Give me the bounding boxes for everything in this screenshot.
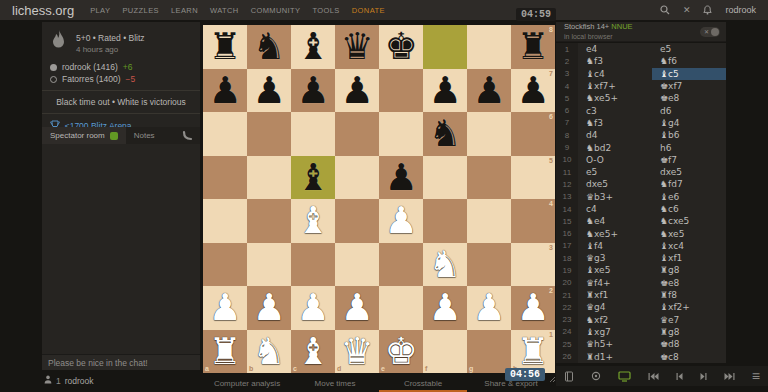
move-5-black[interactable]: ♚e8: [652, 92, 726, 104]
board-resize-handle[interactable]: [549, 369, 556, 387]
square-c4[interactable]: ♝: [291, 199, 335, 243]
white-pawn-d2[interactable]: ♟: [335, 286, 379, 330]
move-number: 10: [556, 154, 578, 166]
white-bishop-c4[interactable]: ♝: [291, 199, 335, 243]
move-number: 22: [556, 301, 578, 313]
move-8-black[interactable]: ♝b6: [652, 129, 726, 141]
file-coord-g: g: [469, 365, 473, 372]
divider: [42, 113, 200, 114]
white-pawn-g2[interactable]: ♟: [467, 286, 511, 330]
square-c8[interactable]: ♝: [291, 25, 335, 69]
square-g6[interactable]: [467, 112, 511, 156]
square-a5[interactable]: [203, 156, 247, 200]
white-knight-b1[interactable]: ♞: [247, 330, 291, 374]
black-pawn-g7[interactable]: ♟: [467, 69, 511, 113]
move-number: 3: [556, 68, 578, 80]
white-rook-a1[interactable]: ♜: [203, 330, 247, 374]
site-logo[interactable]: lichess.org: [12, 3, 74, 18]
file-coord-e: e: [381, 365, 385, 372]
move-number: 21: [556, 289, 578, 301]
move-16-black[interactable]: ♞xe5: [652, 227, 726, 239]
move-number: 23: [556, 314, 578, 326]
tab-spectator-room[interactable]: Spectator room: [42, 127, 126, 144]
move-7-white[interactable]: ♞f3: [578, 117, 652, 129]
white-player-name: rodrook (1416): [62, 62, 118, 72]
move-21-black[interactable]: ♜f8: [652, 289, 726, 301]
move-number: 13: [556, 191, 578, 203]
rank-coord-2: 2: [549, 287, 553, 294]
square-c7[interactable]: ♟: [291, 69, 335, 113]
black-player-name: Fatorres (1400): [62, 74, 121, 84]
move-14-black[interactable]: ♞c6: [652, 203, 726, 215]
square-g3[interactable]: [467, 243, 511, 287]
square-c6[interactable]: [291, 112, 335, 156]
square-h5[interactable]: 5: [511, 156, 555, 200]
square-g1[interactable]: g: [467, 330, 511, 374]
square-h3[interactable]: 3: [511, 243, 555, 287]
tv-icon[interactable]: [618, 371, 631, 382]
square-a7[interactable]: ♟: [203, 69, 247, 113]
engine-name: Stockfish 14+: [564, 22, 609, 31]
top-navbar: lichess.org PLAYPUZZLESLEARNWATCHCOMMUNI…: [0, 0, 768, 20]
move-number: 15: [556, 215, 578, 227]
spectator-name[interactable]: rodrook: [65, 376, 94, 386]
square-b1[interactable]: ♞b: [247, 330, 291, 374]
engine-toggle-x: ✕: [704, 27, 709, 37]
move-18-white[interactable]: ♛g3: [578, 252, 652, 264]
square-e6[interactable]: [379, 112, 423, 156]
rank-coord-5: 5: [549, 157, 553, 164]
chat-panel: Spectator room Notes: [42, 127, 200, 370]
divider: [42, 90, 200, 91]
square-d8[interactable]: ♛: [335, 25, 379, 69]
move-11-white[interactable]: e5: [578, 166, 652, 178]
engine-header: Stockfish 14+ NNUE in local browser ✕: [556, 22, 726, 42]
move-23-white[interactable]: ♞xf2: [578, 314, 652, 326]
square-f2[interactable]: ♟: [423, 286, 467, 330]
white-pawn-f2[interactable]: ♟: [423, 286, 467, 330]
square-h8[interactable]: ♜8: [511, 25, 555, 69]
challenges-icon[interactable]: ✕: [683, 6, 691, 15]
move-26-black[interactable]: ♚c8: [652, 350, 726, 362]
move-number: 7: [556, 117, 578, 129]
move-16-white[interactable]: ♞xe5+: [578, 227, 652, 239]
square-b3[interactable]: [247, 243, 291, 287]
square-g8[interactable]: [467, 25, 511, 69]
square-e7[interactable]: [379, 69, 423, 113]
rank-coord-6: 6: [549, 113, 553, 120]
square-d7[interactable]: ♟: [335, 69, 379, 113]
square-a4[interactable]: [203, 199, 247, 243]
move-number: 25: [556, 338, 578, 350]
user-menu[interactable]: rodrook: [725, 5, 756, 15]
move-20-black[interactable]: ♚e8: [652, 277, 726, 289]
square-e2[interactable]: [379, 286, 423, 330]
move-3-white[interactable]: ♝c4: [578, 68, 652, 80]
white-bishop-c1[interactable]: ♝: [291, 330, 335, 374]
spectator-count: 1: [56, 376, 61, 386]
square-d3[interactable]: [335, 243, 379, 287]
square-c1[interactable]: ♝c: [291, 330, 335, 374]
square-a6[interactable]: [203, 112, 247, 156]
menu-icon[interactable]: ≡: [752, 369, 760, 383]
square-b4[interactable]: [247, 199, 291, 243]
notifications-bell-icon[interactable]: [703, 5, 712, 15]
move-25-black[interactable]: ♚d8: [652, 338, 726, 350]
black-bishop-c8[interactable]: ♝: [291, 25, 335, 69]
black-knight-b8[interactable]: ♞: [247, 25, 291, 69]
square-b7[interactable]: ♟: [247, 69, 291, 113]
move-toolbar: ≡: [556, 366, 768, 386]
move-11-black[interactable]: dxe5: [652, 166, 726, 178]
phone-icon[interactable]: [182, 130, 200, 141]
move-5-white[interactable]: ♞xe5+: [578, 92, 652, 104]
move-22-black[interactable]: ♝xf2+: [652, 301, 726, 313]
tab-crosstable[interactable]: Crosstable: [379, 378, 467, 392]
move-24-black[interactable]: ♜g8: [652, 326, 726, 338]
move-number: 19: [556, 264, 578, 276]
engine-toggle-knob: [711, 28, 719, 36]
square-e4[interactable]: ♟: [379, 199, 423, 243]
square-h6[interactable]: 6: [511, 112, 555, 156]
record-icon[interactable]: [591, 371, 601, 381]
square-c2[interactable]: ♟: [291, 286, 335, 330]
move-number: 11: [556, 166, 578, 178]
square-g5[interactable]: [467, 156, 511, 200]
square-e5[interactable]: ♟: [379, 156, 423, 200]
chess-board[interactable]: ♜♞♝♛♚♜8♟♟♟♟♟♟♟7♞6♝♟5♝♟4♞3♟♟♟♟♟♟♟2♜a♞b♝c♛…: [203, 25, 555, 373]
game-meta-panel: 5+0 • Rated • Blitz 4 hours ago rodrook …: [42, 22, 200, 139]
chat-messages: [42, 144, 200, 354]
move-22-white[interactable]: ♛g4: [578, 301, 652, 313]
next-move-button[interactable]: [700, 372, 707, 381]
engine-toggle[interactable]: ✕: [700, 27, 720, 37]
black-knight-f6[interactable]: ♞: [423, 112, 467, 156]
move-2-white[interactable]: ♞f3: [578, 55, 652, 67]
square-d2[interactable]: ♟: [335, 286, 379, 330]
nav-item-learn[interactable]: LEARN: [171, 6, 198, 15]
move-19-white[interactable]: ♝xe5: [578, 264, 652, 276]
square-b6[interactable]: [247, 112, 291, 156]
square-g4[interactable]: [467, 199, 511, 243]
move-12-black[interactable]: ♞fd7: [652, 178, 726, 190]
engine-nnue-label: NNUE: [611, 22, 632, 31]
move-6-white[interactable]: c3: [578, 104, 652, 116]
black-pawn-b7[interactable]: ♟: [247, 69, 291, 113]
move-17-white[interactable]: ♝f4: [578, 240, 652, 252]
square-g7[interactable]: ♟: [467, 69, 511, 113]
move-13-black[interactable]: ♝e6: [652, 191, 726, 203]
rank-coord-1: 1: [549, 331, 553, 338]
move-6-black[interactable]: d6: [652, 104, 726, 116]
file-coord-b: b: [249, 365, 253, 372]
move-number: 14: [556, 203, 578, 215]
move-2-black[interactable]: ♞f6: [652, 55, 726, 67]
move-number: 16: [556, 227, 578, 239]
book-icon[interactable]: [564, 371, 574, 382]
square-h1[interactable]: ♜h1: [511, 330, 555, 374]
square-e8[interactable]: ♚: [379, 25, 423, 69]
black-pawn-a7[interactable]: ♟: [203, 69, 247, 113]
move-number: 8: [556, 129, 578, 141]
move-number: 4: [556, 80, 578, 92]
black-player-icon: [50, 76, 57, 83]
square-e1[interactable]: ♚e: [379, 330, 423, 374]
square-b2[interactable]: ♟: [247, 286, 291, 330]
tab-notes[interactable]: Notes: [126, 127, 163, 144]
white-pawn-a2[interactable]: ♟: [203, 286, 247, 330]
file-coord-c: c: [293, 365, 297, 372]
square-f3[interactable]: ♞: [423, 243, 467, 287]
move-number: 2: [556, 55, 578, 67]
black-rook-a8[interactable]: ♜: [203, 25, 247, 69]
move-26-white[interactable]: ♜d1+: [578, 350, 652, 362]
game-result-text: Black time out • White is victorious: [50, 97, 192, 107]
search-icon[interactable]: [660, 5, 670, 15]
move-12-white[interactable]: dxe5: [578, 178, 652, 190]
move-17-black[interactable]: ♝xc4: [652, 240, 726, 252]
prev-move-button[interactable]: [676, 372, 683, 381]
move-number: 9: [556, 141, 578, 153]
square-e3[interactable]: [379, 243, 423, 287]
move-15-white[interactable]: ♞e4: [578, 215, 652, 227]
move-10-white[interactable]: O-O: [578, 154, 652, 166]
square-b8[interactable]: ♞: [247, 25, 291, 69]
move-number: 18: [556, 252, 578, 264]
square-h4[interactable]: 4: [511, 199, 555, 243]
tab-move-times[interactable]: Move times: [291, 378, 379, 392]
engine-name-block: Stockfish 14+ NNUE in local browser: [564, 22, 633, 42]
square-d5[interactable]: [335, 156, 379, 200]
spectator-room-label: Spectator room: [50, 131, 105, 140]
move-7-black[interactable]: ♝g4: [652, 117, 726, 129]
square-c3[interactable]: [291, 243, 335, 287]
move-20-white[interactable]: ♛f4+: [578, 277, 652, 289]
file-coord-f: f: [425, 365, 427, 372]
white-pawn-b2[interactable]: ♟: [247, 286, 291, 330]
square-a8[interactable]: ♜: [203, 25, 247, 69]
white-knight-f3[interactable]: ♞: [423, 243, 467, 287]
tab-computer-analysis[interactable]: Computer analysis: [203, 378, 291, 392]
black-rating-delta: −5: [126, 74, 136, 84]
nav-item-watch[interactable]: WATCH: [210, 6, 239, 15]
square-b5[interactable]: [247, 156, 291, 200]
white-clock: 04:56: [505, 368, 545, 381]
white-player-row[interactable]: rodrook (1416) +6: [50, 62, 192, 72]
move-9-black[interactable]: h6: [652, 141, 726, 153]
move-number: 12: [556, 178, 578, 190]
square-a2[interactable]: ♟: [203, 286, 247, 330]
square-f1[interactable]: f: [423, 330, 467, 374]
notes-label: Notes: [134, 131, 155, 140]
square-h7[interactable]: ♟7: [511, 69, 555, 113]
white-pawn-c2[interactable]: ♟: [291, 286, 335, 330]
person-icon: [44, 375, 52, 386]
square-c5[interactable]: ♝: [291, 156, 335, 200]
black-pawn-c7[interactable]: ♟: [291, 69, 335, 113]
move-number: 26: [556, 350, 578, 362]
spectators-row: 1 rodrook: [44, 375, 94, 386]
black-player-row[interactable]: Fatorres (1400) −5: [50, 74, 192, 84]
move-list: 1e4e52♞f3♞f63♝c4♝c54♝xf7+♚xf75♞xe5+♚e86c…: [556, 43, 726, 363]
black-bishop-c5[interactable]: ♝: [291, 156, 335, 200]
file-coord-d: d: [337, 365, 341, 372]
square-d6[interactable]: [335, 112, 379, 156]
square-f8[interactable]: [423, 25, 467, 69]
engine-location: in local browser: [564, 33, 613, 40]
move-number: 17: [556, 240, 578, 252]
first-move-button[interactable]: [648, 372, 659, 381]
square-d4[interactable]: [335, 199, 379, 243]
square-f6[interactable]: ♞: [423, 112, 467, 156]
lichess-app: lichess.org PLAYPUZZLESLEARNWATCHCOMMUNI…: [0, 0, 768, 392]
main-menu: PLAYPUZZLESLEARNWATCHCOMMUNITYTOOLSDONAT…: [90, 6, 397, 15]
move-number: 1: [556, 43, 578, 55]
chat-toggle-checkbox[interactable]: [110, 132, 118, 140]
white-pawn-e4[interactable]: ♟: [379, 199, 423, 243]
rank-coord-4: 4: [549, 200, 553, 207]
square-d1[interactable]: ♛d: [335, 330, 379, 374]
black-queen-d8[interactable]: ♛: [335, 25, 379, 69]
nav-item-donate[interactable]: DONATE: [352, 6, 385, 15]
square-a1[interactable]: ♜a: [203, 330, 247, 374]
move-23-black[interactable]: ♛e7: [652, 314, 726, 326]
move-number: 20: [556, 277, 578, 289]
move-4-white[interactable]: ♝xf7+: [578, 80, 652, 92]
move-25-white[interactable]: ♛h5+: [578, 338, 652, 350]
move-3-black[interactable]: ♝c5: [652, 68, 726, 80]
move-24-white[interactable]: ♝xg7: [578, 326, 652, 338]
square-h2[interactable]: ♟2: [511, 286, 555, 330]
move-13-white[interactable]: ♛b3+: [578, 191, 652, 203]
square-g2[interactable]: ♟: [467, 286, 511, 330]
black-pawn-d7[interactable]: ♟: [335, 69, 379, 113]
move-1-white[interactable]: e4: [578, 43, 652, 55]
game-tools-tabs: Computer analysisMove timesCrosstableSha…: [203, 378, 555, 392]
nav-item-puzzles[interactable]: PUZZLES: [122, 6, 159, 15]
last-move-button[interactable]: [724, 372, 735, 381]
white-rating-delta: +6: [123, 62, 133, 72]
move-number: 5: [556, 92, 578, 104]
blitz-flame-icon: [50, 29, 68, 57]
move-9-white[interactable]: ♞bd2: [578, 141, 652, 153]
move-10-black[interactable]: ♚f7: [652, 154, 726, 166]
square-a3[interactable]: [203, 243, 247, 287]
white-player-icon: [50, 64, 57, 71]
rank-coord-7: 7: [549, 70, 553, 77]
move-4-black[interactable]: ♚xf7: [652, 80, 726, 92]
white-king-e1[interactable]: ♚: [379, 330, 423, 374]
nav-item-tools[interactable]: TOOLS: [312, 6, 339, 15]
move-8-white[interactable]: d4: [578, 129, 652, 141]
black-clock: 04:59: [516, 8, 556, 21]
game-time-ago: 4 hours ago: [76, 45, 145, 54]
chat-input[interactable]: [42, 354, 200, 370]
move-number: 6: [556, 104, 578, 116]
nav-item-community[interactable]: COMMUNITY: [251, 6, 301, 15]
navbar-right: ✕ rodrook: [660, 5, 756, 15]
move-14-white[interactable]: c4: [578, 203, 652, 215]
rank-coord-3: 3: [549, 244, 553, 251]
square-f5[interactable]: [423, 156, 467, 200]
black-pawn-f7[interactable]: ♟: [423, 69, 467, 113]
black-king-e8[interactable]: ♚: [379, 25, 423, 69]
nav-item-play[interactable]: PLAY: [90, 6, 110, 15]
chat-tabs: Spectator room Notes: [42, 127, 200, 144]
move-1-black[interactable]: e5: [652, 43, 726, 55]
square-f7[interactable]: ♟: [423, 69, 467, 113]
game-setup-label: 5+0 • Rated • Blitz: [76, 33, 145, 43]
move-number: 24: [556, 326, 578, 338]
move-15-black[interactable]: ♞cxe5: [652, 215, 726, 227]
move-21-white[interactable]: ♜xf1: [578, 289, 652, 301]
rank-coord-8: 8: [549, 26, 553, 33]
move-18-black[interactable]: ♝xf1: [652, 252, 726, 264]
black-pawn-e5[interactable]: ♟: [379, 156, 423, 200]
white-queen-d1[interactable]: ♛: [335, 330, 379, 374]
move-19-black[interactable]: ♜g8: [652, 264, 726, 276]
square-f4[interactable]: [423, 199, 467, 243]
file-coord-a: a: [205, 365, 209, 372]
